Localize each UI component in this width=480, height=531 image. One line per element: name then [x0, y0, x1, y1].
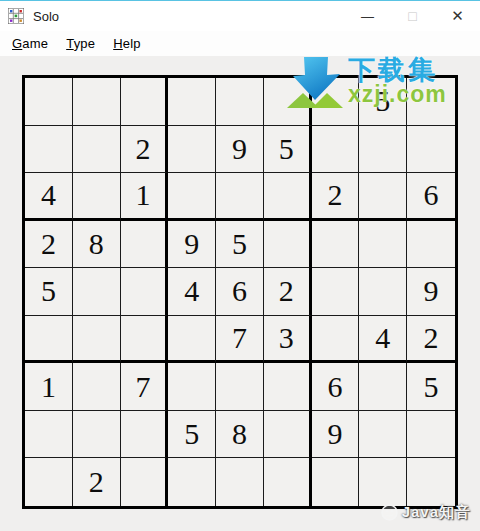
sudoku-cell-r8c9[interactable] [407, 411, 455, 459]
sudoku-cell-r4c3[interactable] [121, 221, 169, 269]
sudoku-cell-r2c5[interactable]: 9 [216, 126, 264, 174]
sudoku-cell-r3c9[interactable]: 6 [407, 173, 455, 221]
sudoku-cell-r5c6[interactable]: 2 [264, 268, 312, 316]
sudoku-cell-r4c8[interactable] [359, 221, 407, 269]
sudoku-cell-r7c6[interactable] [264, 363, 312, 411]
menu-bar: Game Type Help [0, 31, 480, 56]
sudoku-cell-r5c2[interactable] [73, 268, 121, 316]
sudoku-cell-r8c1[interactable] [25, 411, 73, 459]
sudoku-cell-r7c7[interactable]: 6 [312, 363, 360, 411]
sudoku-cell-r8c5[interactable]: 8 [216, 411, 264, 459]
sudoku-cell-r9c1[interactable] [25, 458, 73, 506]
sudoku-cell-r3c1[interactable]: 4 [25, 173, 73, 221]
sudoku-cell-r5c7[interactable] [312, 268, 360, 316]
sudoku-cell-r8c6[interactable] [264, 411, 312, 459]
sudoku-cell-r7c8[interactable] [359, 363, 407, 411]
sudoku-cell-r5c3[interactable] [121, 268, 169, 316]
menu-type[interactable]: Type [57, 33, 104, 54]
sudoku-cell-r3c2[interactable] [73, 173, 121, 221]
solo-window: Solo — □ ✕ Game Type Help 52954126289554… [0, 0, 480, 531]
sudoku-cell-r9c6[interactable] [264, 458, 312, 506]
menu-help[interactable]: Help [104, 33, 150, 54]
sudoku-cell-r8c4[interactable]: 5 [168, 411, 216, 459]
sudoku-cell-r6c8[interactable]: 4 [359, 316, 407, 364]
sudoku-cell-r8c2[interactable] [73, 411, 121, 459]
sudoku-cell-r3c5[interactable] [216, 173, 264, 221]
sudoku-cell-r6c9[interactable]: 2 [407, 316, 455, 364]
sudoku-cell-r2c7[interactable] [312, 126, 360, 174]
sudoku-cell-r2c9[interactable] [407, 126, 455, 174]
sudoku-cell-r6c3[interactable] [121, 316, 169, 364]
sudoku-cell-r8c7[interactable]: 9 [312, 411, 360, 459]
app-icon [8, 8, 24, 24]
sudoku-cell-r2c2[interactable] [73, 126, 121, 174]
sudoku-cell-r5c1[interactable]: 5 [25, 268, 73, 316]
minimize-button[interactable]: — [345, 1, 390, 31]
sudoku-cell-r1c4[interactable] [168, 78, 216, 126]
sudoku-cell-r7c2[interactable] [73, 363, 121, 411]
sudoku-cell-r3c7[interactable]: 2 [312, 173, 360, 221]
client-area: 52954126289554629734217655892 下载集 xzji.c… [0, 56, 480, 531]
close-button[interactable]: ✕ [435, 1, 480, 31]
sudoku-cell-r1c7[interactable] [312, 78, 360, 126]
sudoku-cell-r7c4[interactable] [168, 363, 216, 411]
sudoku-cell-r9c3[interactable] [121, 458, 169, 506]
maximize-button[interactable]: □ [390, 1, 435, 31]
sudoku-cell-r3c8[interactable] [359, 173, 407, 221]
sudoku-cell-r7c5[interactable] [216, 363, 264, 411]
sudoku-cell-r6c5[interactable]: 7 [216, 316, 264, 364]
sudoku-cell-r1c6[interactable] [264, 78, 312, 126]
sudoku-cell-r3c6[interactable] [264, 173, 312, 221]
sudoku-cell-r5c4[interactable]: 4 [168, 268, 216, 316]
sudoku-cell-r2c6[interactable]: 5 [264, 126, 312, 174]
sudoku-cell-r6c4[interactable] [168, 316, 216, 364]
sudoku-cell-r9c9[interactable] [407, 458, 455, 506]
sudoku-cell-r8c8[interactable] [359, 411, 407, 459]
sudoku-cell-r9c8[interactable] [359, 458, 407, 506]
sudoku-cell-r1c3[interactable] [121, 78, 169, 126]
sudoku-cell-r6c7[interactable] [312, 316, 360, 364]
sudoku-cell-r3c4[interactable] [168, 173, 216, 221]
sudoku-cell-r9c2[interactable]: 2 [73, 458, 121, 506]
sudoku-cell-r1c1[interactable] [25, 78, 73, 126]
sudoku-cell-r2c1[interactable] [25, 126, 73, 174]
sudoku-cell-r7c9[interactable]: 5 [407, 363, 455, 411]
sudoku-cell-r9c5[interactable] [216, 458, 264, 506]
sudoku-cell-r5c5[interactable]: 6 [216, 268, 264, 316]
sudoku-cell-r8c3[interactable] [121, 411, 169, 459]
title-bar: Solo — □ ✕ [0, 1, 480, 31]
sudoku-cell-r2c4[interactable] [168, 126, 216, 174]
sudoku-cell-r1c2[interactable] [73, 78, 121, 126]
sudoku-cell-r5c9[interactable]: 9 [407, 268, 455, 316]
sudoku-cell-r6c6[interactable]: 3 [264, 316, 312, 364]
sudoku-cell-r6c2[interactable] [73, 316, 121, 364]
window-title: Solo [33, 9, 59, 24]
sudoku-board: 52954126289554629734217655892 [22, 75, 458, 509]
sudoku-cell-r4c5[interactable]: 5 [216, 221, 264, 269]
sudoku-cell-r4c4[interactable]: 9 [168, 221, 216, 269]
menu-game[interactable]: Game [3, 33, 57, 54]
sudoku-cell-r1c9[interactable] [407, 78, 455, 126]
sudoku-cell-r4c2[interactable]: 8 [73, 221, 121, 269]
sudoku-cell-r9c7[interactable] [312, 458, 360, 506]
sudoku-cell-r2c8[interactable] [359, 126, 407, 174]
sudoku-cell-r1c5[interactable] [216, 78, 264, 126]
sudoku-cell-r1c8[interactable]: 5 [359, 78, 407, 126]
sudoku-cell-r4c6[interactable] [264, 221, 312, 269]
sudoku-cell-r7c3[interactable]: 7 [121, 363, 169, 411]
sudoku-cell-r4c1[interactable]: 2 [25, 221, 73, 269]
sudoku-cell-r4c7[interactable] [312, 221, 360, 269]
sudoku-cell-r4c9[interactable] [407, 221, 455, 269]
sudoku-cell-r2c3[interactable]: 2 [121, 126, 169, 174]
sudoku-cell-r5c8[interactable] [359, 268, 407, 316]
sudoku-cell-r9c4[interactable] [168, 458, 216, 506]
sudoku-cell-r7c1[interactable]: 1 [25, 363, 73, 411]
sudoku-cell-r3c3[interactable]: 1 [121, 173, 169, 221]
sudoku-cell-r6c1[interactable] [25, 316, 73, 364]
